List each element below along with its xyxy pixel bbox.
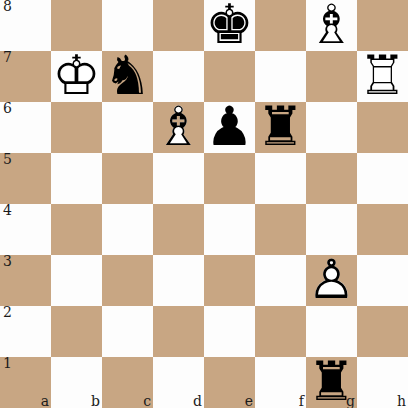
square-c6[interactable] — [102, 102, 153, 153]
file-label-a: a — [41, 396, 49, 408]
black-pawn-glyph: ♟ — [205, 99, 253, 153]
square-e6[interactable]: ♟ — [204, 102, 255, 153]
square-a1[interactable]: 1a — [0, 357, 51, 408]
piece-white-king[interactable]: ♚♔ — [51, 51, 102, 102]
piece-white-bishop[interactable]: ♝♗ — [153, 102, 204, 153]
square-f6[interactable]: ♜ — [255, 102, 306, 153]
piece-black-pawn[interactable]: ♟ — [204, 102, 255, 153]
rank-label-7: 7 — [3, 50, 12, 65]
black-knight-glyph: ♞ — [103, 48, 151, 102]
square-a6[interactable]: 6 — [0, 102, 51, 153]
piece-black-rook[interactable]: ♜ — [255, 102, 306, 153]
file-label-e: e — [245, 396, 253, 408]
square-d8[interactable] — [153, 0, 204, 51]
square-d1[interactable]: d — [153, 357, 204, 408]
square-a2[interactable]: 2 — [0, 306, 51, 357]
square-b3[interactable] — [51, 255, 102, 306]
square-h4[interactable] — [357, 204, 408, 255]
square-b2[interactable] — [51, 306, 102, 357]
rank-label-3: 3 — [3, 254, 12, 269]
square-b1[interactable]: b — [51, 357, 102, 408]
rank-label-8: 8 — [3, 0, 12, 14]
square-e3[interactable] — [204, 255, 255, 306]
white-king-outline: ♔ — [52, 48, 100, 102]
square-d4[interactable] — [153, 204, 204, 255]
square-h3[interactable] — [357, 255, 408, 306]
chess-board: 8♚♝♗7♚♔♞♜♖6♝♗♟♜543♟♙21abcdefg♜h — [0, 0, 408, 408]
square-g5[interactable] — [306, 153, 357, 204]
square-f5[interactable] — [255, 153, 306, 204]
rank-label-1: 1 — [3, 356, 12, 371]
square-d5[interactable] — [153, 153, 204, 204]
piece-white-bishop[interactable]: ♝♗ — [306, 0, 357, 51]
square-g7[interactable] — [306, 51, 357, 102]
square-e2[interactable] — [204, 306, 255, 357]
square-c3[interactable] — [102, 255, 153, 306]
square-g1[interactable]: g♜ — [306, 357, 357, 408]
square-e1[interactable]: e — [204, 357, 255, 408]
square-f1[interactable]: f — [255, 357, 306, 408]
black-king-glyph: ♚ — [205, 0, 253, 51]
square-g8[interactable]: ♝♗ — [306, 0, 357, 51]
square-c4[interactable] — [102, 204, 153, 255]
square-e8[interactable]: ♚ — [204, 0, 255, 51]
square-h1[interactable]: h — [357, 357, 408, 408]
rank-label-6: 6 — [3, 101, 12, 116]
square-a3[interactable]: 3 — [0, 255, 51, 306]
square-b7[interactable]: ♚♔ — [51, 51, 102, 102]
square-a8[interactable]: 8 — [0, 0, 51, 51]
black-rook-glyph: ♜ — [307, 354, 355, 408]
square-b4[interactable] — [51, 204, 102, 255]
square-h2[interactable] — [357, 306, 408, 357]
square-e4[interactable] — [204, 204, 255, 255]
square-c2[interactable] — [102, 306, 153, 357]
square-f4[interactable] — [255, 204, 306, 255]
square-a5[interactable]: 5 — [0, 153, 51, 204]
piece-black-rook[interactable]: ♜ — [306, 357, 357, 408]
square-f2[interactable] — [255, 306, 306, 357]
square-b6[interactable] — [51, 102, 102, 153]
square-h5[interactable] — [357, 153, 408, 204]
white-bishop-outline: ♗ — [307, 0, 355, 51]
rank-label-2: 2 — [3, 305, 12, 320]
piece-white-rook[interactable]: ♜♖ — [357, 51, 408, 102]
square-a7[interactable]: 7 — [0, 51, 51, 102]
square-c1[interactable]: c — [102, 357, 153, 408]
square-h6[interactable] — [357, 102, 408, 153]
square-c5[interactable] — [102, 153, 153, 204]
file-label-d: d — [193, 396, 202, 408]
square-h7[interactable]: ♜♖ — [357, 51, 408, 102]
square-c7[interactable]: ♞ — [102, 51, 153, 102]
file-label-c: c — [143, 396, 151, 408]
square-d2[interactable] — [153, 306, 204, 357]
square-d3[interactable] — [153, 255, 204, 306]
file-label-h: h — [397, 396, 406, 408]
white-pawn-outline: ♙ — [307, 252, 355, 306]
square-f3[interactable] — [255, 255, 306, 306]
rank-label-4: 4 — [3, 203, 12, 218]
square-b5[interactable] — [51, 153, 102, 204]
white-rook-outline: ♖ — [358, 48, 406, 102]
file-label-b: b — [91, 396, 100, 408]
black-rook-glyph: ♜ — [256, 99, 304, 153]
square-f8[interactable] — [255, 0, 306, 51]
square-e5[interactable] — [204, 153, 255, 204]
square-a4[interactable]: 4 — [0, 204, 51, 255]
file-label-f: f — [299, 396, 304, 408]
square-g3[interactable]: ♟♙ — [306, 255, 357, 306]
rank-label-5: 5 — [3, 152, 12, 167]
square-g6[interactable] — [306, 102, 357, 153]
piece-black-knight[interactable]: ♞ — [102, 51, 153, 102]
piece-black-king[interactable]: ♚ — [204, 0, 255, 51]
square-d6[interactable]: ♝♗ — [153, 102, 204, 153]
piece-white-pawn[interactable]: ♟♙ — [306, 255, 357, 306]
white-bishop-outline: ♗ — [154, 99, 202, 153]
